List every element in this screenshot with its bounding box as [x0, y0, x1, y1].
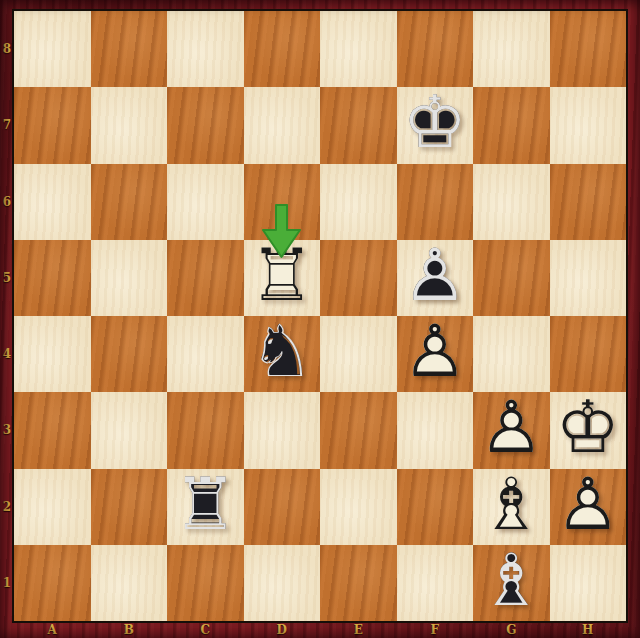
piece-glyph-outline: ♙: [402, 315, 467, 387]
piece-glyph-outline: ♙: [402, 239, 467, 311]
file-label-g: G: [473, 621, 550, 638]
square-d6[interactable]: [244, 164, 321, 240]
rank-labels: 87654321: [0, 11, 14, 621]
file-label-c: C: [167, 621, 244, 638]
piece-white-pawn[interactable]: ♟♙: [397, 316, 474, 392]
square-e2[interactable]: [320, 469, 397, 545]
square-b1[interactable]: [91, 545, 168, 621]
square-g6[interactable]: [473, 164, 550, 240]
square-c2[interactable]: ♜♖: [167, 469, 244, 545]
square-c4[interactable]: [167, 316, 244, 392]
square-g8[interactable]: [473, 11, 550, 87]
file-label-a: A: [14, 621, 91, 638]
square-h7[interactable]: [550, 87, 627, 163]
square-b5[interactable]: [91, 240, 168, 316]
square-c1[interactable]: [167, 545, 244, 621]
square-c3[interactable]: [167, 392, 244, 468]
file-label-h: H: [550, 621, 627, 638]
square-a3[interactable]: [14, 392, 91, 468]
square-b3[interactable]: [91, 392, 168, 468]
square-f2[interactable]: [397, 469, 474, 545]
square-c5[interactable]: [167, 240, 244, 316]
square-g5[interactable]: [473, 240, 550, 316]
square-b7[interactable]: [91, 87, 168, 163]
square-g4[interactable]: [473, 316, 550, 392]
square-f4[interactable]: ♟♙: [397, 316, 474, 392]
piece-black-king[interactable]: ♚♔: [397, 87, 474, 163]
square-a1[interactable]: [14, 545, 91, 621]
square-b2[interactable]: [91, 469, 168, 545]
file-label-d: D: [244, 621, 321, 638]
piece-glyph-outline: ♙: [555, 468, 620, 540]
rank-label-5: 5: [0, 240, 14, 316]
rank-label-2: 2: [0, 469, 14, 545]
file-label-b: B: [91, 621, 168, 638]
square-a8[interactable]: [14, 11, 91, 87]
rank-label-1: 1: [0, 545, 14, 621]
square-c7[interactable]: [167, 87, 244, 163]
rank-label-7: 7: [0, 87, 14, 163]
piece-white-pawn[interactable]: ♟♙: [473, 392, 550, 468]
square-h3[interactable]: ♚♔: [550, 392, 627, 468]
square-b4[interactable]: [91, 316, 168, 392]
square-f8[interactable]: [397, 11, 474, 87]
square-a4[interactable]: [14, 316, 91, 392]
square-g2[interactable]: ♝♗: [473, 469, 550, 545]
piece-white-rook[interactable]: ♜♖: [244, 240, 321, 316]
piece-black-rook[interactable]: ♜♖: [167, 469, 244, 545]
square-e1[interactable]: [320, 545, 397, 621]
piece-black-knight[interactable]: ♞♘: [244, 316, 321, 392]
square-h4[interactable]: [550, 316, 627, 392]
square-b8[interactable]: [91, 11, 168, 87]
square-a5[interactable]: [14, 240, 91, 316]
chess-board-frame: 87654321 ABCDEFGH ♚♔♜♖♟♙♞♘♟♙♟♙♚♔♜♖♝♗♟♙♝♗: [0, 0, 640, 638]
square-d3[interactable]: [244, 392, 321, 468]
file-label-f: F: [397, 621, 474, 638]
square-h1[interactable]: [550, 545, 627, 621]
piece-glyph-outline: ♔: [555, 391, 620, 463]
square-d5[interactable]: ♜♖: [244, 240, 321, 316]
square-h6[interactable]: [550, 164, 627, 240]
square-g3[interactable]: ♟♙: [473, 392, 550, 468]
square-h5[interactable]: [550, 240, 627, 316]
piece-white-bishop[interactable]: ♝♗: [473, 469, 550, 545]
square-h8[interactable]: [550, 11, 627, 87]
square-d7[interactable]: [244, 87, 321, 163]
rank-label-3: 3: [0, 392, 14, 468]
square-f5[interactable]: ♟♙: [397, 240, 474, 316]
square-e3[interactable]: [320, 392, 397, 468]
square-e4[interactable]: [320, 316, 397, 392]
piece-white-pawn[interactable]: ♟♙: [550, 469, 627, 545]
square-f1[interactable]: [397, 545, 474, 621]
piece-black-pawn[interactable]: ♟♙: [397, 240, 474, 316]
square-e5[interactable]: [320, 240, 397, 316]
file-label-e: E: [320, 621, 397, 638]
square-e6[interactable]: [320, 164, 397, 240]
piece-glyph-outline: ♙: [479, 391, 544, 463]
square-a6[interactable]: [14, 164, 91, 240]
rank-label-8: 8: [0, 11, 14, 87]
square-c6[interactable]: [167, 164, 244, 240]
square-f3[interactable]: [397, 392, 474, 468]
square-d4[interactable]: ♞♘: [244, 316, 321, 392]
square-a2[interactable]: [14, 469, 91, 545]
piece-white-king[interactable]: ♚♔: [550, 392, 627, 468]
piece-glyph-outline: ♔: [402, 86, 467, 158]
square-e7[interactable]: [320, 87, 397, 163]
square-h2[interactable]: ♟♙: [550, 469, 627, 545]
rank-label-6: 6: [0, 164, 14, 240]
piece-glyph-outline: ♖: [173, 468, 238, 540]
square-g1[interactable]: ♝♗: [473, 545, 550, 621]
square-f7[interactable]: ♚♔: [397, 87, 474, 163]
piece-glyph-outline: ♖: [249, 239, 314, 311]
square-d8[interactable]: [244, 11, 321, 87]
board: ♚♔♜♖♟♙♞♘♟♙♟♙♚♔♜♖♝♗♟♙♝♗: [14, 11, 626, 621]
square-a7[interactable]: [14, 87, 91, 163]
square-f6[interactable]: [397, 164, 474, 240]
square-d1[interactable]: [244, 545, 321, 621]
piece-black-bishop[interactable]: ♝♗: [473, 545, 550, 621]
square-c8[interactable]: [167, 11, 244, 87]
square-g7[interactable]: [473, 87, 550, 163]
piece-glyph-outline: ♗: [479, 468, 544, 540]
piece-glyph-outline: ♘: [249, 315, 314, 387]
file-labels: ABCDEFGH: [14, 621, 626, 638]
piece-glyph-outline: ♗: [479, 544, 544, 616]
square-d2[interactable]: [244, 469, 321, 545]
rank-label-4: 4: [0, 316, 14, 392]
square-b6[interactable]: [91, 164, 168, 240]
square-e8[interactable]: [320, 11, 397, 87]
